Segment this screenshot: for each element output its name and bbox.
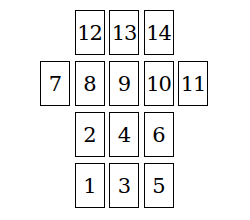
tile-number: 9 bbox=[118, 72, 130, 95]
tile-9[interactable]: 9 bbox=[109, 61, 139, 106]
tile-number: 10 bbox=[146, 72, 171, 95]
tile-10[interactable]: 10 bbox=[144, 61, 174, 106]
empty-space-r1c5 bbox=[178, 10, 208, 55]
tile-8[interactable]: 8 bbox=[75, 61, 105, 106]
tile-2[interactable]: 2 bbox=[75, 112, 105, 157]
tile-14[interactable]: 14 bbox=[144, 10, 174, 55]
tile-4[interactable]: 4 bbox=[109, 112, 139, 157]
empty-space-r3c1 bbox=[40, 112, 70, 157]
tile-number: 2 bbox=[83, 123, 95, 146]
tile-number: 1 bbox=[83, 174, 95, 197]
tile-11[interactable]: 11 bbox=[178, 61, 208, 106]
tile-1[interactable]: 1 bbox=[75, 163, 105, 208]
tile-number: 6 bbox=[152, 123, 164, 146]
tile-6[interactable]: 6 bbox=[144, 112, 174, 157]
puzzle-screen: 1213147891011246135 bbox=[0, 0, 250, 220]
tile-number: 5 bbox=[152, 174, 164, 197]
tile-number: 12 bbox=[77, 21, 102, 44]
tile-number: 3 bbox=[118, 174, 130, 197]
tile-12[interactable]: 12 bbox=[75, 10, 105, 55]
empty-space-r4c1 bbox=[40, 163, 70, 208]
puzzle-board: 1213147891011246135 bbox=[40, 10, 208, 208]
tile-number: 11 bbox=[181, 72, 206, 95]
tile-5[interactable]: 5 bbox=[144, 163, 174, 208]
tile-7[interactable]: 7 bbox=[40, 61, 70, 106]
tile-number: 4 bbox=[118, 123, 130, 146]
empty-space-r1c1 bbox=[40, 10, 70, 55]
tile-number: 13 bbox=[112, 21, 137, 44]
tile-3[interactable]: 3 bbox=[109, 163, 139, 208]
tile-number: 8 bbox=[83, 72, 95, 95]
tile-13[interactable]: 13 bbox=[109, 10, 139, 55]
tile-number: 7 bbox=[49, 72, 61, 95]
tile-number: 14 bbox=[146, 21, 171, 44]
empty-space-r4c5 bbox=[178, 163, 208, 208]
empty-space-r3c5 bbox=[178, 112, 208, 157]
